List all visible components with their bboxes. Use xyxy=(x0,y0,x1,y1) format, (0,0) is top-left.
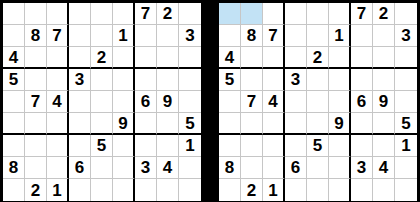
cell-r4c3[interactable] xyxy=(263,69,285,91)
cell-r5c1[interactable] xyxy=(219,91,241,113)
cell-r8c5[interactable] xyxy=(91,157,113,179)
cell-r1c6[interactable] xyxy=(329,3,351,25)
cell-r7c8[interactable] xyxy=(157,135,179,157)
cell-r4c6[interactable] xyxy=(113,69,135,91)
cell-r7c1[interactable] xyxy=(219,135,241,157)
cell-r4c9[interactable] xyxy=(395,69,417,91)
cell-r9c7[interactable] xyxy=(135,179,157,201)
cell-r9c9[interactable] xyxy=(395,179,417,201)
cell-r5c3: 4 xyxy=(47,91,69,113)
cell-r9c5[interactable] xyxy=(91,179,113,201)
cell-r6c3[interactable] xyxy=(263,113,285,135)
cell-r6c6: 9 xyxy=(113,113,135,135)
cell-r6c3[interactable] xyxy=(47,113,69,135)
cell-r5c6[interactable] xyxy=(329,91,351,113)
cell-r1c7: 7 xyxy=(135,3,157,25)
cell-r8c7: 3 xyxy=(135,157,157,179)
cell-r9c5[interactable] xyxy=(307,179,329,201)
cell-r1c5[interactable] xyxy=(91,3,113,25)
cell-r8c1: 8 xyxy=(3,157,25,179)
cell-r9c6[interactable] xyxy=(113,179,135,201)
cell-r3c6[interactable] xyxy=(113,47,135,69)
cell-r8c2[interactable] xyxy=(25,157,47,179)
cell-r9c4[interactable] xyxy=(69,179,91,201)
cell-r3c5: 2 xyxy=(307,47,329,69)
cell-r9c2: 2 xyxy=(241,179,263,201)
cell-r4c2[interactable] xyxy=(241,69,263,91)
cell-r5c9[interactable] xyxy=(179,91,201,113)
cell-r6c1[interactable] xyxy=(3,113,25,135)
cell-r1c2[interactable] xyxy=(241,3,263,25)
cell-r7c6[interactable] xyxy=(113,135,135,157)
cell-r9c3: 1 xyxy=(47,179,69,201)
cell-r8c9[interactable] xyxy=(179,157,201,179)
cell-r5c2: 7 xyxy=(25,91,47,113)
cell-r3c6[interactable] xyxy=(329,47,351,69)
cell-r3c1: 4 xyxy=(3,47,25,69)
cell-r7c3[interactable] xyxy=(47,135,69,157)
cell-r2c8[interactable] xyxy=(373,25,395,47)
cell-r6c2[interactable] xyxy=(25,113,47,135)
cell-r5c4[interactable] xyxy=(285,91,307,113)
cell-r4c7[interactable] xyxy=(351,69,373,91)
cell-r1c4[interactable] xyxy=(69,3,91,25)
cell-r6c9: 5 xyxy=(179,113,201,135)
cell-r5c7: 6 xyxy=(351,91,373,113)
cell-r7c2[interactable] xyxy=(241,135,263,157)
cell-r5c2: 7 xyxy=(241,91,263,113)
cell-r7c9: 1 xyxy=(179,135,201,157)
cell-r5c7: 6 xyxy=(135,91,157,113)
cell-r3c4[interactable] xyxy=(69,47,91,69)
cell-r8c5[interactable] xyxy=(307,157,329,179)
cell-r1c7: 7 xyxy=(351,3,373,25)
cell-r6c8[interactable] xyxy=(157,113,179,135)
cell-r9c7[interactable] xyxy=(351,179,373,201)
cell-r5c8: 9 xyxy=(373,91,395,113)
cell-r1c5[interactable] xyxy=(307,3,329,25)
cell-r6c4[interactable] xyxy=(285,113,307,135)
cell-r9c2: 2 xyxy=(25,179,47,201)
cell-r4c3[interactable] xyxy=(47,69,69,91)
cell-r7c7[interactable] xyxy=(135,135,157,157)
cell-r8c1: 8 xyxy=(219,157,241,179)
cell-r7c9: 1 xyxy=(395,135,417,157)
cell-r6c4[interactable] xyxy=(69,113,91,135)
cell-r6c5[interactable] xyxy=(307,113,329,135)
cell-r9c1[interactable] xyxy=(3,179,25,201)
cell-r1c3[interactable] xyxy=(47,3,69,25)
sudoku-screen: 728713425374699551863421 728713425374699… xyxy=(0,0,420,202)
cell-r2c2: 8 xyxy=(241,25,263,47)
cell-r4c2[interactable] xyxy=(25,69,47,91)
cell-r1c8: 2 xyxy=(373,3,395,25)
cell-r5c9[interactable] xyxy=(395,91,417,113)
cell-r2c1[interactable] xyxy=(3,25,25,47)
cell-r9c1[interactable] xyxy=(219,179,241,201)
cell-r7c1[interactable] xyxy=(3,135,25,157)
cell-r9c8[interactable] xyxy=(157,179,179,201)
cell-r6c9: 5 xyxy=(395,113,417,135)
cell-r9c8[interactable] xyxy=(373,179,395,201)
cell-r3c3[interactable] xyxy=(47,47,69,69)
cell-r2c1[interactable] xyxy=(219,25,241,47)
cell-r3c5: 2 xyxy=(91,47,113,69)
cell-r4c7[interactable] xyxy=(135,69,157,91)
cell-r2c6: 1 xyxy=(329,25,351,47)
cell-r8c4: 6 xyxy=(69,157,91,179)
cell-r5c6[interactable] xyxy=(113,91,135,113)
cell-r8c8: 4 xyxy=(373,157,395,179)
cell-r2c7[interactable] xyxy=(135,25,157,47)
cell-r2c9: 3 xyxy=(179,25,201,47)
sudoku-board-left: 728713425374699551863421 xyxy=(0,0,204,202)
cell-r3c8[interactable] xyxy=(157,47,179,69)
cell-r7c2[interactable] xyxy=(25,135,47,157)
cell-r2c2: 8 xyxy=(25,25,47,47)
cell-r4c4: 3 xyxy=(69,69,91,91)
cell-r9c4[interactable] xyxy=(285,179,307,201)
cell-r1c9[interactable] xyxy=(395,3,417,25)
cell-r7c4[interactable] xyxy=(69,135,91,157)
cell-r8c6[interactable] xyxy=(329,157,351,179)
cell-r4c1: 5 xyxy=(3,69,25,91)
cell-r2c3: 7 xyxy=(47,25,69,47)
cell-r4c5[interactable] xyxy=(307,69,329,91)
cell-r8c4: 6 xyxy=(285,157,307,179)
cell-r2c8[interactable] xyxy=(157,25,179,47)
cell-r1c8: 2 xyxy=(157,3,179,25)
cell-r2c5[interactable] xyxy=(307,25,329,47)
cell-r7c3[interactable] xyxy=(263,135,285,157)
cell-r5c4[interactable] xyxy=(69,91,91,113)
cell-r3c7[interactable] xyxy=(351,47,373,69)
cell-r3c2[interactable] xyxy=(241,47,263,69)
cell-r6c5[interactable] xyxy=(91,113,113,135)
cell-r6c2[interactable] xyxy=(241,113,263,135)
cell-r7c4[interactable] xyxy=(285,135,307,157)
cell-r7c6[interactable] xyxy=(329,135,351,157)
cell-r1c9[interactable] xyxy=(179,3,201,25)
cell-r4c9[interactable] xyxy=(179,69,201,91)
cell-r3c8[interactable] xyxy=(373,47,395,69)
cell-r4c5[interactable] xyxy=(91,69,113,91)
cell-r5c8: 9 xyxy=(157,91,179,113)
cell-r7c5: 5 xyxy=(91,135,113,157)
sudoku-board-right: 728713425374699551863421 xyxy=(216,0,420,202)
cell-r4c6[interactable] xyxy=(329,69,351,91)
cell-r8c7: 3 xyxy=(351,157,373,179)
cell-r2c6: 1 xyxy=(113,25,135,47)
cell-r1c1[interactable] xyxy=(219,3,241,25)
cell-r9c3: 1 xyxy=(263,179,285,201)
cell-r3c1: 4 xyxy=(219,47,241,69)
cell-r5c3: 4 xyxy=(263,91,285,113)
cell-r2c5[interactable] xyxy=(91,25,113,47)
cell-r1c4[interactable] xyxy=(285,3,307,25)
cell-r8c3[interactable] xyxy=(47,157,69,179)
cell-r1c3[interactable] xyxy=(263,3,285,25)
cell-r8c3[interactable] xyxy=(263,157,285,179)
cell-r9c9[interactable] xyxy=(179,179,201,201)
cell-r2c9: 3 xyxy=(395,25,417,47)
cell-r8c6[interactable] xyxy=(113,157,135,179)
cell-r2c7[interactable] xyxy=(351,25,373,47)
cell-r1c2[interactable] xyxy=(25,3,47,25)
cell-r3c4[interactable] xyxy=(285,47,307,69)
cell-r7c8[interactable] xyxy=(373,135,395,157)
cell-r6c6: 9 xyxy=(329,113,351,135)
cell-r3c7[interactable] xyxy=(135,47,157,69)
cell-r8c2[interactable] xyxy=(241,157,263,179)
cell-r2c4[interactable] xyxy=(69,25,91,47)
cell-r4c4: 3 xyxy=(285,69,307,91)
cell-r4c8[interactable] xyxy=(373,69,395,91)
cell-r4c8[interactable] xyxy=(157,69,179,91)
cell-r9c6[interactable] xyxy=(329,179,351,201)
cell-r5c5[interactable] xyxy=(307,91,329,113)
cell-r2c4[interactable] xyxy=(285,25,307,47)
cell-r6c8[interactable] xyxy=(373,113,395,135)
cell-r4c1: 5 xyxy=(219,69,241,91)
cell-r6c7[interactable] xyxy=(351,113,373,135)
cell-r3c2[interactable] xyxy=(25,47,47,69)
cell-r8c8: 4 xyxy=(157,157,179,179)
cell-r3c3[interactable] xyxy=(263,47,285,69)
cell-r6c1[interactable] xyxy=(219,113,241,135)
cell-r1c6[interactable] xyxy=(113,3,135,25)
cell-r5c5[interactable] xyxy=(91,91,113,113)
cell-r3c9[interactable] xyxy=(395,47,417,69)
cell-r5c1[interactable] xyxy=(3,91,25,113)
cell-r2c3: 7 xyxy=(263,25,285,47)
cell-r3c9[interactable] xyxy=(179,47,201,69)
cell-r8c9[interactable] xyxy=(395,157,417,179)
cell-r6c7[interactable] xyxy=(135,113,157,135)
cell-r1c1[interactable] xyxy=(3,3,25,25)
cell-r7c5: 5 xyxy=(307,135,329,157)
cell-r7c7[interactable] xyxy=(351,135,373,157)
